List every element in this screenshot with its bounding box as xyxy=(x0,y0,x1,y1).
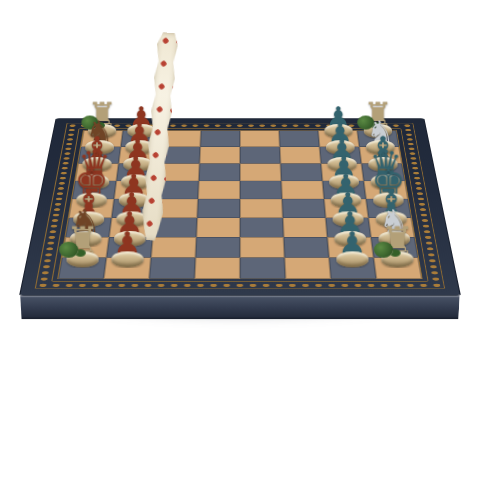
piece-black-rook: ♜ xyxy=(372,173,423,267)
piece-stone-base xyxy=(336,251,368,267)
piece-white-pawn: ♟ xyxy=(102,173,153,267)
chess-board: ♜♞♝♛♚♝♞♜♟♟♟♟♟♟♟♟♟♟♟♟♟♟♟♟♜♞♝♛♚♝♞♜ xyxy=(20,119,460,296)
piece-stone-base xyxy=(111,251,143,267)
greenery-decoration xyxy=(374,242,393,258)
piece-white-rook: ♜ xyxy=(57,173,108,267)
scene: ♜♞♝♛♚♝♞♜♟♟♟♟♟♟♟♟♟♟♟♟♟♟♟♟♜♞♝♛♚♝♞♜ xyxy=(40,0,440,399)
greenery-decoration xyxy=(59,242,78,258)
product-photo-stage: ♜♞♝♛♚♝♞♜♟♟♟♟♟♟♟♟♟♟♟♟♟♟♟♟♜♞♝♛♚♝♞♜ xyxy=(0,0,480,480)
pieces-layer: ♜♞♝♛♚♝♞♜♟♟♟♟♟♟♟♟♟♟♟♟♟♟♟♟♜♞♝♛♚♝♞♜ xyxy=(58,131,421,279)
board-front-edge xyxy=(20,295,460,319)
piece-black-pawn: ♟ xyxy=(327,173,378,267)
